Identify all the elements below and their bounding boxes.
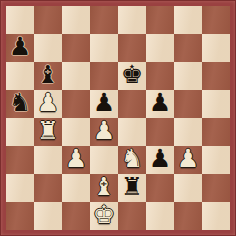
square-b1[interactable] (34, 202, 62, 230)
square-d2[interactable]: ♝ (90, 174, 118, 202)
black-pawn: ♟ (9, 34, 31, 61)
square-d7[interactable] (90, 34, 118, 62)
square-d6[interactable] (90, 62, 118, 90)
square-g8[interactable] (174, 6, 202, 34)
square-h1[interactable] (202, 202, 230, 230)
square-g2[interactable] (174, 174, 202, 202)
square-b2[interactable] (34, 174, 62, 202)
square-g6[interactable] (174, 62, 202, 90)
square-c6[interactable] (62, 62, 90, 90)
square-d3[interactable] (90, 146, 118, 174)
square-c8[interactable] (62, 6, 90, 34)
square-c1[interactable] (62, 202, 90, 230)
chess-board: ♟♝♚♞♟♟♟♜♟♟♞♟♟♝♜♚ (6, 6, 230, 230)
square-h8[interactable] (202, 6, 230, 34)
square-e5[interactable] (118, 90, 146, 118)
square-f1[interactable] (146, 202, 174, 230)
black-bishop: ♝ (37, 62, 59, 89)
square-f7[interactable] (146, 34, 174, 62)
square-f4[interactable] (146, 118, 174, 146)
square-f3[interactable]: ♟ (146, 146, 174, 174)
square-h7[interactable] (202, 34, 230, 62)
square-a6[interactable] (6, 62, 34, 90)
square-a8[interactable] (6, 6, 34, 34)
square-a5[interactable]: ♞ (6, 90, 34, 118)
square-f2[interactable] (146, 174, 174, 202)
square-b8[interactable] (34, 6, 62, 34)
square-a2[interactable] (6, 174, 34, 202)
square-g7[interactable] (174, 34, 202, 62)
black-pawn: ♟ (93, 90, 115, 117)
square-e8[interactable] (118, 6, 146, 34)
square-d1[interactable]: ♚ (90, 202, 118, 230)
square-h3[interactable] (202, 146, 230, 174)
white-pawn: ♟ (93, 118, 115, 145)
square-f8[interactable] (146, 6, 174, 34)
square-f6[interactable] (146, 62, 174, 90)
square-e3[interactable]: ♞ (118, 146, 146, 174)
square-h2[interactable] (202, 174, 230, 202)
square-g5[interactable] (174, 90, 202, 118)
square-g4[interactable] (174, 118, 202, 146)
square-c4[interactable] (62, 118, 90, 146)
square-e4[interactable] (118, 118, 146, 146)
white-pawn: ♟ (37, 90, 59, 117)
square-a3[interactable] (6, 146, 34, 174)
square-h4[interactable] (202, 118, 230, 146)
square-b4[interactable]: ♜ (34, 118, 62, 146)
black-pawn: ♟ (149, 146, 171, 173)
square-h6[interactable] (202, 62, 230, 90)
black-pawn: ♟ (149, 90, 171, 117)
square-e7[interactable] (118, 34, 146, 62)
square-c7[interactable] (62, 34, 90, 62)
square-f5[interactable]: ♟ (146, 90, 174, 118)
square-a7[interactable]: ♟ (6, 34, 34, 62)
square-c5[interactable] (62, 90, 90, 118)
black-knight: ♞ (9, 90, 31, 117)
square-a4[interactable] (6, 118, 34, 146)
white-rook: ♜ (37, 118, 59, 145)
square-e2[interactable]: ♜ (118, 174, 146, 202)
square-e6[interactable]: ♚ (118, 62, 146, 90)
square-b5[interactable]: ♟ (34, 90, 62, 118)
square-a1[interactable] (6, 202, 34, 230)
square-b6[interactable]: ♝ (34, 62, 62, 90)
square-c2[interactable] (62, 174, 90, 202)
black-king: ♚ (121, 62, 143, 89)
white-bishop: ♝ (93, 174, 115, 201)
white-pawn: ♟ (177, 146, 199, 173)
square-g3[interactable]: ♟ (174, 146, 202, 174)
white-pawn: ♟ (65, 146, 87, 173)
square-b3[interactable] (34, 146, 62, 174)
board-frame: ♟♝♚♞♟♟♟♜♟♟♞♟♟♝♜♚ (0, 0, 236, 236)
square-d8[interactable] (90, 6, 118, 34)
white-knight: ♞ (121, 146, 143, 173)
square-c3[interactable]: ♟ (62, 146, 90, 174)
square-h5[interactable] (202, 90, 230, 118)
square-d4[interactable]: ♟ (90, 118, 118, 146)
square-g1[interactable] (174, 202, 202, 230)
square-d5[interactable]: ♟ (90, 90, 118, 118)
square-e1[interactable] (118, 202, 146, 230)
white-king: ♚ (93, 202, 115, 229)
black-rook: ♜ (121, 174, 143, 201)
square-b7[interactable] (34, 34, 62, 62)
